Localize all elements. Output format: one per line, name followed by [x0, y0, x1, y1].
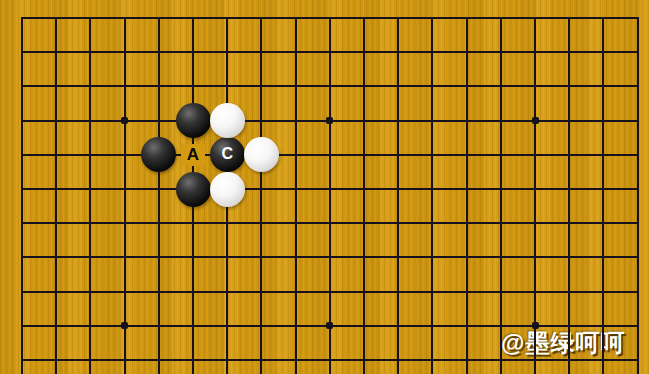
black-stone: C — [210, 137, 245, 172]
grid-line-vertical — [329, 17, 331, 374]
grid-line-vertical — [397, 17, 399, 374]
grid-line-horizontal — [21, 222, 639, 224]
grid-line-horizontal — [21, 359, 639, 361]
star-point — [532, 322, 539, 329]
grid-line-vertical — [260, 17, 262, 374]
star-point — [326, 117, 333, 124]
grid-line-horizontal — [21, 188, 639, 190]
grid-line-vertical — [637, 17, 639, 374]
grid-line-horizontal — [21, 256, 639, 258]
star-point — [532, 117, 539, 124]
black-stone — [176, 103, 211, 138]
grid-line-vertical — [158, 17, 160, 374]
grid-line-vertical — [55, 17, 57, 374]
star-point — [121, 322, 128, 329]
grid-line-vertical — [568, 17, 570, 374]
watermark-text: @墨绿呵呵 — [501, 327, 625, 359]
grid-line-vertical — [534, 17, 536, 374]
white-stone — [210, 103, 245, 138]
star-point — [121, 117, 128, 124]
black-stone — [176, 172, 211, 207]
grid-line-vertical — [500, 17, 502, 374]
point-label-a: A — [181, 144, 205, 166]
grid-line-vertical — [21, 17, 23, 374]
grid-line-horizontal — [21, 291, 639, 293]
grid-line-vertical — [466, 17, 468, 374]
grid-line-horizontal — [21, 51, 639, 53]
go-board: @墨绿呵呵 CA — [0, 0, 649, 374]
star-point — [326, 322, 333, 329]
stone-label-c: C — [221, 146, 233, 162]
go-diagram-screenshot: @墨绿呵呵 CA — [0, 0, 649, 374]
grid-line-vertical — [295, 17, 297, 374]
grid-line-horizontal — [21, 154, 639, 156]
grid-line-vertical — [602, 17, 604, 374]
grid-line-vertical — [124, 17, 126, 374]
grid-line-vertical — [363, 17, 365, 374]
grid-line-horizontal — [21, 17, 639, 19]
white-stone — [244, 137, 279, 172]
black-stone — [141, 137, 176, 172]
white-stone — [210, 172, 245, 207]
grid-line-horizontal — [21, 85, 639, 87]
grid-line-vertical — [89, 17, 91, 374]
grid-line-vertical — [431, 17, 433, 374]
